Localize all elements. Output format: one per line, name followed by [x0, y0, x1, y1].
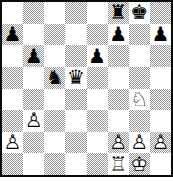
white-rook-f1: ♜♖ [108, 153, 129, 175]
square-d5[interactable]: ♛ [65, 67, 86, 89]
pawn-icon: ♟ [108, 24, 129, 46]
pawn-icon: ♙ [23, 110, 44, 132]
square-e6[interactable]: ♟ [87, 45, 108, 67]
rook-icon: ♜ [108, 2, 129, 24]
black-pawn-e6: ♟ [87, 45, 108, 67]
square-g3[interactable] [129, 110, 150, 132]
square-f5[interactable] [108, 67, 129, 89]
square-c4[interactable] [44, 89, 65, 111]
square-f2[interactable]: ♟♙ [108, 132, 129, 154]
pawn-icon: ♙ [150, 132, 171, 154]
square-b8[interactable] [23, 2, 44, 24]
square-a7[interactable]: ♟ [2, 24, 23, 46]
square-e2[interactable] [87, 132, 108, 154]
square-h6[interactable] [150, 45, 171, 67]
chess-board: ♜♚♟♟♟♟♟♞♛♞♘♟♙♟♙♟♙♟♙♟♙♜♖♚♔ [0, 0, 173, 177]
square-g8[interactable]: ♚ [129, 2, 150, 24]
square-f3[interactable] [108, 110, 129, 132]
black-pawn-h7: ♟ [150, 24, 171, 46]
white-king-g1: ♚♔ [129, 153, 150, 175]
square-h7[interactable]: ♟ [150, 24, 171, 46]
square-d6[interactable] [65, 45, 86, 67]
knight-icon: ♘ [129, 89, 150, 111]
pawn-icon: ♙ [129, 132, 150, 154]
square-e1[interactable] [87, 153, 108, 175]
square-b3[interactable]: ♟♙ [23, 110, 44, 132]
square-g1[interactable]: ♚♔ [129, 153, 150, 175]
square-a8[interactable] [2, 2, 23, 24]
square-a6[interactable] [2, 45, 23, 67]
square-d2[interactable] [65, 132, 86, 154]
square-g7[interactable] [129, 24, 150, 46]
square-c2[interactable] [44, 132, 65, 154]
white-pawn-g2: ♟♙ [129, 132, 150, 154]
square-e7[interactable] [87, 24, 108, 46]
square-a2[interactable]: ♟♙ [2, 132, 23, 154]
rook-icon: ♖ [108, 153, 129, 175]
square-b4[interactable] [23, 89, 44, 111]
square-d1[interactable] [65, 153, 86, 175]
white-pawn-a2: ♟♙ [2, 132, 23, 154]
pawn-icon: ♟ [2, 24, 23, 46]
square-d3[interactable] [65, 110, 86, 132]
square-c5[interactable]: ♞ [44, 67, 65, 89]
square-b2[interactable] [23, 132, 44, 154]
black-knight-c5: ♞ [44, 67, 65, 89]
square-c7[interactable] [44, 24, 65, 46]
black-pawn-f7: ♟ [108, 24, 129, 46]
square-e8[interactable] [87, 2, 108, 24]
square-f7[interactable]: ♟ [108, 24, 129, 46]
king-icon: ♚ [129, 2, 150, 24]
pawn-icon: ♙ [2, 132, 23, 154]
pawn-icon: ♟ [87, 45, 108, 67]
square-f1[interactable]: ♜♖ [108, 153, 129, 175]
square-a4[interactable] [2, 89, 23, 111]
square-c8[interactable] [44, 2, 65, 24]
square-c3[interactable] [44, 110, 65, 132]
knight-icon: ♞ [44, 67, 65, 89]
chess-diagram: ♜♚♟♟♟♟♟♞♛♞♘♟♙♟♙♟♙♟♙♟♙♜♖♚♔ [0, 0, 173, 181]
square-a5[interactable] [2, 67, 23, 89]
square-g2[interactable]: ♟♙ [129, 132, 150, 154]
pawn-icon: ♟ [23, 45, 44, 67]
black-rook-f8: ♜ [108, 2, 129, 24]
square-b7[interactable] [23, 24, 44, 46]
square-g5[interactable] [129, 67, 150, 89]
square-b5[interactable] [23, 67, 44, 89]
white-knight-g4: ♞♘ [129, 89, 150, 111]
square-b1[interactable] [23, 153, 44, 175]
square-h8[interactable] [150, 2, 171, 24]
square-h4[interactable] [150, 89, 171, 111]
square-f4[interactable] [108, 89, 129, 111]
pawn-icon: ♟ [150, 24, 171, 46]
square-f8[interactable]: ♜ [108, 2, 129, 24]
square-a3[interactable] [2, 110, 23, 132]
square-e4[interactable] [87, 89, 108, 111]
square-h1[interactable] [150, 153, 171, 175]
square-e5[interactable] [87, 67, 108, 89]
white-pawn-h2: ♟♙ [150, 132, 171, 154]
black-pawn-a7: ♟ [2, 24, 23, 46]
queen-icon: ♛ [65, 67, 86, 89]
square-a1[interactable] [2, 153, 23, 175]
square-c1[interactable] [44, 153, 65, 175]
square-f6[interactable] [108, 45, 129, 67]
white-pawn-b3: ♟♙ [23, 110, 44, 132]
square-b6[interactable]: ♟ [23, 45, 44, 67]
square-c6[interactable] [44, 45, 65, 67]
black-pawn-b6: ♟ [23, 45, 44, 67]
square-e3[interactable] [87, 110, 108, 132]
bottom-margin [0, 177, 173, 181]
square-g6[interactable] [129, 45, 150, 67]
square-d8[interactable] [65, 2, 86, 24]
square-d7[interactable] [65, 24, 86, 46]
pawn-icon: ♙ [108, 132, 129, 154]
square-h5[interactable] [150, 67, 171, 89]
square-h2[interactable]: ♟♙ [150, 132, 171, 154]
square-g4[interactable]: ♞♘ [129, 89, 150, 111]
king-icon: ♔ [129, 153, 150, 175]
white-pawn-f2: ♟♙ [108, 132, 129, 154]
black-queen-d5: ♛ [65, 67, 86, 89]
square-h3[interactable] [150, 110, 171, 132]
black-king-g8: ♚ [129, 2, 150, 24]
square-d4[interactable] [65, 89, 86, 111]
